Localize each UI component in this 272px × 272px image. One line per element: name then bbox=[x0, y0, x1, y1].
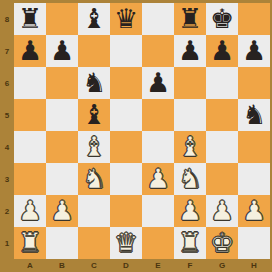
square-e6[interactable]: ♟ bbox=[142, 67, 174, 99]
piece-white-rook[interactable]: ♜ bbox=[14, 227, 46, 259]
piece-white-bishop[interactable]: ♝ bbox=[78, 131, 110, 163]
piece-white-pawn[interactable]: ♟ bbox=[14, 195, 46, 227]
square-b1[interactable] bbox=[46, 227, 78, 259]
square-d7[interactable] bbox=[110, 35, 142, 67]
square-a4[interactable] bbox=[14, 131, 46, 163]
square-d1[interactable]: ♛ bbox=[110, 227, 142, 259]
square-g7[interactable]: ♟ bbox=[206, 35, 238, 67]
rank-label-3: 3 bbox=[0, 163, 14, 195]
square-a5[interactable] bbox=[14, 99, 46, 131]
piece-black-pawn[interactable]: ♟ bbox=[238, 35, 270, 67]
square-h4[interactable] bbox=[238, 131, 270, 163]
piece-black-queen[interactable]: ♛ bbox=[110, 3, 142, 35]
square-e3[interactable]: ♟ bbox=[142, 163, 174, 195]
file-label-h: H bbox=[238, 259, 270, 272]
rank-labels: 87654321 bbox=[0, 3, 14, 259]
file-label-a: A bbox=[14, 259, 46, 272]
piece-white-knight[interactable]: ♞ bbox=[78, 163, 110, 195]
square-f7[interactable]: ♟ bbox=[174, 35, 206, 67]
square-b7[interactable]: ♟ bbox=[46, 35, 78, 67]
square-h8[interactable] bbox=[238, 3, 270, 35]
piece-white-pawn[interactable]: ♟ bbox=[142, 163, 174, 195]
file-label-b: B bbox=[46, 259, 78, 272]
file-label-f: F bbox=[174, 259, 206, 272]
square-e1[interactable] bbox=[142, 227, 174, 259]
piece-black-pawn[interactable]: ♟ bbox=[46, 35, 78, 67]
square-d5[interactable] bbox=[110, 99, 142, 131]
square-b8[interactable] bbox=[46, 3, 78, 35]
piece-white-pawn[interactable]: ♟ bbox=[174, 195, 206, 227]
square-f4[interactable]: ♝ bbox=[174, 131, 206, 163]
square-c8[interactable]: ♝ bbox=[78, 3, 110, 35]
square-g6[interactable] bbox=[206, 67, 238, 99]
square-d2[interactable] bbox=[110, 195, 142, 227]
rank-label-5: 5 bbox=[0, 99, 14, 131]
square-g3[interactable] bbox=[206, 163, 238, 195]
piece-black-rook[interactable]: ♜ bbox=[174, 3, 206, 35]
square-e7[interactable] bbox=[142, 35, 174, 67]
rank-label-4: 4 bbox=[0, 131, 14, 163]
square-g2[interactable]: ♟ bbox=[206, 195, 238, 227]
square-h7[interactable]: ♟ bbox=[238, 35, 270, 67]
square-f2[interactable]: ♟ bbox=[174, 195, 206, 227]
square-e2[interactable] bbox=[142, 195, 174, 227]
square-a1[interactable]: ♜ bbox=[14, 227, 46, 259]
square-d6[interactable] bbox=[110, 67, 142, 99]
piece-black-bishop[interactable]: ♝ bbox=[78, 3, 110, 35]
square-c5[interactable]: ♝ bbox=[78, 99, 110, 131]
square-c6[interactable]: ♞ bbox=[78, 67, 110, 99]
square-b6[interactable] bbox=[46, 67, 78, 99]
piece-black-bishop[interactable]: ♝ bbox=[78, 99, 110, 131]
rank-label-1: 1 bbox=[0, 227, 14, 259]
file-labels: ABCDEFGH bbox=[14, 259, 270, 272]
rank-label-7: 7 bbox=[0, 35, 14, 67]
file-label-c: C bbox=[78, 259, 110, 272]
square-c2[interactable] bbox=[78, 195, 110, 227]
square-h2[interactable]: ♟ bbox=[238, 195, 270, 227]
piece-black-pawn[interactable]: ♟ bbox=[206, 35, 238, 67]
square-a8[interactable]: ♜ bbox=[14, 3, 46, 35]
square-c3[interactable]: ♞ bbox=[78, 163, 110, 195]
square-a2[interactable]: ♟ bbox=[14, 195, 46, 227]
rank-label-8: 8 bbox=[0, 3, 14, 35]
square-g1[interactable]: ♚ bbox=[206, 227, 238, 259]
piece-white-bishop[interactable]: ♝ bbox=[174, 131, 206, 163]
chess-board: ♜♝♛♜♚♟♟♟♟♟♞♟♝♞♝♝♞♟♞♟♟♟♟♟♜♛♜♚ bbox=[14, 3, 270, 259]
square-h5[interactable]: ♞ bbox=[238, 99, 270, 131]
square-b5[interactable] bbox=[46, 99, 78, 131]
square-h1[interactable] bbox=[238, 227, 270, 259]
piece-black-pawn[interactable]: ♟ bbox=[142, 67, 174, 99]
square-a6[interactable] bbox=[14, 67, 46, 99]
piece-black-knight[interactable]: ♞ bbox=[238, 99, 270, 131]
file-label-d: D bbox=[110, 259, 142, 272]
square-a7[interactable]: ♟ bbox=[14, 35, 46, 67]
square-d8[interactable]: ♛ bbox=[110, 3, 142, 35]
file-label-g: G bbox=[206, 259, 238, 272]
square-a3[interactable] bbox=[14, 163, 46, 195]
piece-white-king[interactable]: ♚ bbox=[206, 227, 238, 259]
square-c7[interactable] bbox=[78, 35, 110, 67]
square-g4[interactable] bbox=[206, 131, 238, 163]
rank-label-6: 6 bbox=[0, 67, 14, 99]
square-e4[interactable] bbox=[142, 131, 174, 163]
piece-white-pawn[interactable]: ♟ bbox=[206, 195, 238, 227]
piece-black-pawn[interactable]: ♟ bbox=[174, 35, 206, 67]
piece-black-pawn[interactable]: ♟ bbox=[14, 35, 46, 67]
square-e8[interactable] bbox=[142, 3, 174, 35]
piece-black-king[interactable]: ♚ bbox=[206, 3, 238, 35]
square-h3[interactable] bbox=[238, 163, 270, 195]
square-e5[interactable] bbox=[142, 99, 174, 131]
square-f3[interactable]: ♞ bbox=[174, 163, 206, 195]
chessboard-frame: { "game": "chess", "position": { "fen": … bbox=[0, 0, 272, 272]
square-c1[interactable] bbox=[78, 227, 110, 259]
square-f8[interactable]: ♜ bbox=[174, 3, 206, 35]
piece-white-queen[interactable]: ♛ bbox=[110, 227, 142, 259]
square-b2[interactable]: ♟ bbox=[46, 195, 78, 227]
piece-white-rook[interactable]: ♜ bbox=[174, 227, 206, 259]
square-g8[interactable]: ♚ bbox=[206, 3, 238, 35]
rank-label-2: 2 bbox=[0, 195, 14, 227]
square-f6[interactable] bbox=[174, 67, 206, 99]
piece-white-knight[interactable]: ♞ bbox=[174, 163, 206, 195]
square-b3[interactable] bbox=[46, 163, 78, 195]
square-f5[interactable] bbox=[174, 99, 206, 131]
piece-white-pawn[interactable]: ♟ bbox=[46, 195, 78, 227]
square-f1[interactable]: ♜ bbox=[174, 227, 206, 259]
piece-black-knight[interactable]: ♞ bbox=[78, 67, 110, 99]
square-h6[interactable] bbox=[238, 67, 270, 99]
square-g5[interactable] bbox=[206, 99, 238, 131]
square-b4[interactable] bbox=[46, 131, 78, 163]
square-d3[interactable] bbox=[110, 163, 142, 195]
piece-black-rook[interactable]: ♜ bbox=[14, 3, 46, 35]
square-d4[interactable] bbox=[110, 131, 142, 163]
piece-white-pawn[interactable]: ♟ bbox=[238, 195, 270, 227]
file-label-e: E bbox=[142, 259, 174, 272]
square-c4[interactable]: ♝ bbox=[78, 131, 110, 163]
